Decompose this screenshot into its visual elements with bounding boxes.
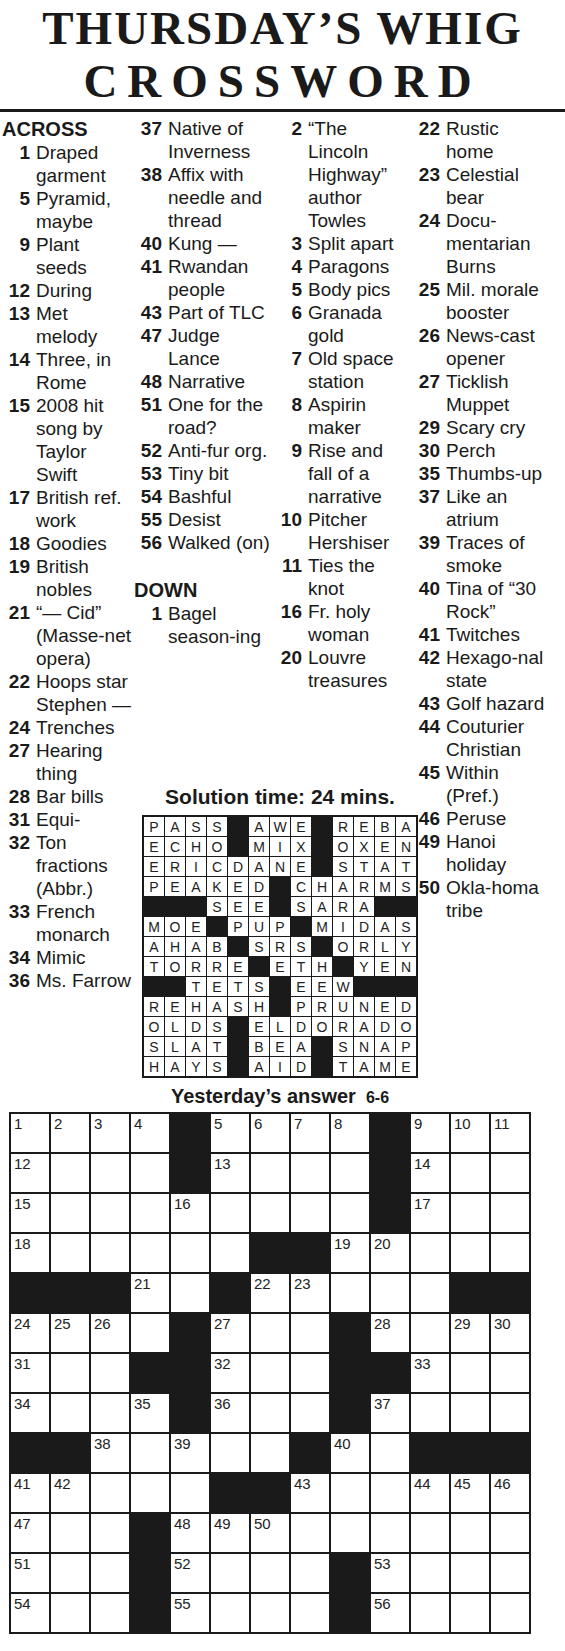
grid-cell[interactable] [251,1354,289,1392]
clue-text: Part of TLC [168,301,272,324]
clue-column-2: 37Native of Inverness38Affix with needle… [134,117,272,648]
grid-cell[interactable] [491,1554,529,1592]
clue-number: 43 [134,301,162,324]
black-cell [411,1434,449,1472]
clue-text: Bar bills [36,785,132,808]
grid-cell[interactable]: 12 [11,1154,49,1192]
grid-cell[interactable] [451,1514,489,1552]
grid-cell[interactable]: 46 [491,1474,529,1512]
cell-number: 19 [334,1235,351,1252]
grid-cell[interactable] [451,1554,489,1592]
grid-cell[interactable] [411,1554,449,1592]
grid-cell[interactable] [211,1554,249,1592]
grid-cell[interactable]: 18 [11,1234,49,1272]
solution-letter-cell: D [291,1057,311,1076]
solution-letter-cell: P [144,817,164,836]
solution-letter-cell: O [165,917,185,936]
grid-cell[interactable]: 14 [411,1154,449,1192]
clue-number: 19 [2,555,30,601]
grid-cell[interactable]: 10 [451,1114,489,1152]
grid-cell[interactable]: 6 [251,1114,289,1152]
grid-cell[interactable] [211,1234,249,1272]
clue-down-7: 7Old space station [274,347,410,393]
clue-down-20: 20Louvre treasures [274,646,410,692]
solution-letter-cell: S [291,897,311,916]
clue-across-13: 13Met melody [2,302,132,348]
solution-letter-cell: U [333,997,353,1016]
clue-across-33: 33French monarch [2,900,132,946]
grid-cell[interactable] [251,1394,289,1432]
grid-cell[interactable] [91,1554,129,1592]
solution-letter-cell: O [207,837,227,856]
grid-cell[interactable] [251,1314,289,1352]
grid-cell[interactable] [291,1514,329,1552]
grid-cell[interactable]: 52 [171,1554,209,1592]
clue-across-14: 14Three, in Rome [2,348,132,394]
black-cell [171,1154,209,1192]
solution-letter-cell: N [354,997,374,1016]
grid-cell[interactable]: 53 [371,1554,409,1592]
clue-number: 42 [412,646,440,692]
grid-cell[interactable] [491,1514,529,1552]
solution-letter-cell: P [144,877,164,896]
grid-cell[interactable] [91,1394,129,1432]
clue-text: Fr. holy woman [308,600,410,646]
solution-black-cell [228,1057,248,1076]
grid-cell[interactable]: 30 [491,1314,529,1352]
solution-letter-cell: R [165,857,185,876]
clue-text: Granada gold [308,301,410,347]
clue-across-28: 28Bar bills [2,785,132,808]
solution-letter-cell: S [228,997,248,1016]
cell-number: 15 [14,1195,31,1212]
clue-across-52: 52Anti-fur org. [134,439,272,462]
grid-cell[interactable]: 36 [211,1394,249,1432]
grid-cell[interactable] [491,1354,529,1392]
solution-letter-cell: T [333,1057,353,1076]
solution-letter-cell: B [249,1037,269,1056]
clue-number: 32 [2,831,30,900]
grid-cell[interactable]: 7 [291,1114,329,1152]
grid-cell[interactable] [291,1554,329,1592]
grid-cell[interactable] [131,1154,169,1192]
grid-cell[interactable] [411,1234,449,1272]
solution-letter-cell: S [186,817,206,836]
clue-text: One for the road? [168,393,272,439]
black-cell [371,1154,409,1192]
solution-letter-cell: X [291,837,311,856]
clue-number: 28 [2,785,30,808]
clue-across-38: 38Affix with needle and thread [134,163,272,232]
grid-cell[interactable] [371,1514,409,1552]
grid-cell[interactable] [91,1194,129,1232]
solution-black-cell [312,1037,332,1056]
solution-letter-cell: P [396,1037,416,1056]
grid-cell[interactable]: 39 [171,1434,209,1472]
grid-cell[interactable]: 17 [411,1194,449,1232]
clue-text: Ties the knot [308,554,410,600]
grid-cell[interactable] [491,1394,529,1432]
clue-down-2: 2“The Lincoln Highway” author Towles [274,117,410,232]
solution-black-cell [207,917,227,936]
clue-text: Ton fractions (Abbr.) [36,831,132,900]
solution-letter-cell: D [354,917,374,936]
clue-number: 38 [134,163,162,232]
grid-cell[interactable] [331,1154,369,1192]
solution-letter-cell: E [270,1037,290,1056]
grid-cell[interactable]: 56 [371,1594,409,1632]
grid-cell[interactable] [51,1354,89,1392]
cell-number: 47 [14,1515,31,1532]
grid-cell[interactable] [51,1394,89,1432]
grid-cell[interactable] [451,1394,489,1432]
clue-number: 1 [134,602,162,648]
grid-cell[interactable]: 50 [251,1514,289,1552]
solution-black-cell [270,897,290,916]
grid-cell[interactable] [51,1594,89,1632]
grid-cell[interactable] [291,1394,329,1432]
grid-cell[interactable] [131,1194,169,1232]
grid-cell[interactable] [291,1194,329,1232]
cell-number: 49 [214,1515,231,1532]
clue-down-39: 39Traces of smoke [412,531,548,577]
solution-black-cell [228,837,248,856]
grid-cell[interactable]: 35 [131,1394,169,1432]
clue-text: Okla-homa tribe [446,876,548,922]
grid-cell[interactable]: 25 [51,1314,89,1352]
grid-cell[interactable]: 24 [11,1314,49,1352]
grid-cell[interactable]: 42 [51,1474,89,1512]
grid-cell[interactable] [411,1394,449,1432]
grid-cell[interactable] [251,1594,289,1632]
clue-number: 31 [2,808,30,831]
grid-cell[interactable]: 15 [11,1194,49,1232]
solution-letter-cell: S [333,1037,353,1056]
cell-number: 10 [454,1115,471,1132]
solution-letter-cell: E [291,977,311,996]
grid-cell[interactable] [251,1194,289,1232]
solution-letter-cell: D [249,877,269,896]
page-title: THURSDAY’S WHIG CROSSWORD [0,0,565,107]
grid-cell[interactable] [171,1474,209,1512]
grid-cell[interactable] [491,1594,529,1632]
grid-cell[interactable] [451,1354,489,1392]
solution-black-cell [396,977,416,996]
black-cell [131,1554,169,1592]
clue-text: Hearing thing [36,739,132,785]
grid-cell[interactable]: 32 [211,1354,249,1392]
cell-number: 21 [134,1275,151,1292]
grid-cell[interactable] [91,1594,129,1632]
black-cell [131,1354,169,1392]
cell-number: 35 [134,1395,151,1412]
grid-cell[interactable]: 55 [171,1594,209,1632]
grid-cell[interactable]: 21 [131,1274,169,1312]
cell-number: 32 [214,1355,231,1372]
clue-across-5: 5Pyramid, maybe [2,187,132,233]
cell-number: 56 [374,1595,391,1612]
solution-letter-cell: A [375,1037,395,1056]
solution-letter-cell: P [291,997,311,1016]
solution-black-cell [312,817,332,836]
solution-letter-cell: A [165,817,185,836]
grid-cell[interactable] [51,1554,89,1592]
solution-letter-cell: X [354,837,374,856]
cell-number: 34 [14,1395,31,1412]
clue-number: 43 [412,692,440,715]
clue-text: Anti-fur org. [168,439,272,462]
grid-cell[interactable] [131,1474,169,1512]
grid-cell[interactable]: 37 [371,1394,409,1432]
clue-text: Rustic home [446,117,548,163]
grid-cell[interactable] [491,1154,529,1192]
clue-text: “The Lincoln Highway” author Towles [308,117,410,232]
grid-cell[interactable] [211,1434,249,1472]
grid-cell[interactable] [491,1194,529,1232]
grid-cell[interactable] [51,1234,89,1272]
solution-letter-cell: A [291,1037,311,1056]
solution-letter-cell: E [165,877,185,896]
grid-cell[interactable]: 51 [11,1554,49,1592]
grid-cell[interactable] [451,1594,489,1632]
clue-text: Ticklish Muppet [446,370,548,416]
grid-cell[interactable] [131,1434,169,1472]
grid-cell[interactable] [131,1314,169,1352]
clue-number: 13 [2,302,30,348]
grid-cell[interactable] [91,1154,129,1192]
clue-down-40: 40Tina of “30 Rock” [412,577,548,623]
cell-number: 17 [414,1195,431,1212]
grid-cell[interactable] [291,1154,329,1192]
cell-number: 44 [414,1475,431,1492]
clue-number: 40 [134,232,162,255]
clue-number: 5 [2,187,30,233]
grid-cell[interactable] [291,1354,329,1392]
grid-cell[interactable]: 44 [411,1474,449,1512]
clue-text: Pyramid, maybe [36,187,132,233]
grid-cell[interactable]: 54 [11,1594,49,1632]
grid-cell[interactable] [91,1234,129,1272]
grid-cell[interactable]: 29 [451,1314,489,1352]
clue-number: 7 [274,347,302,393]
cell-number: 26 [94,1315,111,1332]
solution-letter-cell: E [228,897,248,916]
grid-cell[interactable] [451,1194,489,1232]
grid-cell[interactable]: 38 [91,1434,129,1472]
solution-black-cell [375,977,395,996]
solution-letter-cell: S [144,1037,164,1056]
clue-down-3: 3Split apart [274,232,410,255]
black-cell [171,1394,209,1432]
grid-cell[interactable] [51,1194,89,1232]
clue-text: Ms. Farrow [36,969,132,992]
grid-cell[interactable] [411,1314,449,1352]
solution-letter-cell: H [186,837,206,856]
black-cell [371,1194,409,1232]
grid-cell[interactable] [251,1554,289,1592]
grid-cell[interactable] [331,1474,369,1512]
grid-cell[interactable] [171,1234,209,1272]
clue-text: Goodies [36,532,132,555]
solution-letter-cell: R [144,997,164,1016]
solution-letter-cell: D [291,1017,311,1036]
grid-cell[interactable] [251,1434,289,1472]
grid-cell[interactable]: 45 [451,1474,489,1512]
grid-cell[interactable]: 48 [171,1514,209,1552]
grid-cell[interactable] [251,1154,289,1192]
black-cell [11,1434,49,1472]
grid-cell[interactable]: 5 [211,1114,249,1152]
clue-number: 48 [134,370,162,393]
cell-number: 22 [254,1275,271,1292]
solution-letter-cell: H [186,997,206,1016]
clue-text: Pitcher Hershiser [308,508,410,554]
clue-down-42: 42Hexago-nal state [412,646,548,692]
grid-cell[interactable] [331,1274,369,1312]
grid-cell[interactable] [371,1434,409,1472]
grid-cell[interactable]: 22 [251,1274,289,1312]
grid-cell[interactable] [451,1154,489,1192]
clue-across-1: 1Draped garment [2,141,132,187]
cell-number: 16 [174,1195,191,1212]
black-cell [51,1274,89,1312]
cell-number: 42 [54,1475,71,1492]
cell-number: 7 [294,1115,302,1132]
grid-cell[interactable]: 33 [411,1354,449,1392]
clue-across-34: 34Mimic [2,946,132,969]
clue-text: Judge Lance [168,324,272,370]
clue-text: 2008 hit song by Taylor Swift [36,394,132,486]
grid-cell[interactable] [91,1474,129,1512]
grid-cell[interactable] [91,1514,129,1552]
solution-letter-cell: M [375,877,395,896]
clue-number: 29 [412,416,440,439]
solution-letter-cell: S [291,937,311,956]
grid-cell[interactable]: 8 [331,1114,369,1152]
grid-cell[interactable]: 43 [291,1474,329,1512]
grid-cell[interactable]: 2 [51,1114,89,1152]
grid-cell[interactable] [371,1274,409,1312]
grid-cell[interactable]: 27 [211,1314,249,1352]
cell-number: 3 [94,1115,102,1132]
grid-cell[interactable] [211,1194,249,1232]
grid-cell[interactable] [171,1274,209,1312]
solution-black-cell [228,1017,248,1036]
grid-cell[interactable] [51,1154,89,1192]
clue-number: 11 [274,554,302,600]
grid-cell[interactable]: 9 [411,1114,449,1152]
black-cell [131,1514,169,1552]
black-cell [451,1274,489,1312]
grid-cell[interactable] [291,1594,329,1632]
clue-across-54: 54Bashful [134,485,272,508]
grid-cell[interactable] [51,1514,89,1552]
solution-letter-cell: E [375,837,395,856]
clue-down-50: 50Okla-homa tribe [412,876,548,922]
solution-letter-cell: T [144,957,164,976]
grid-cell[interactable]: 19 [331,1234,369,1272]
grid-cell[interactable] [131,1234,169,1272]
clue-across-55: 55Desist [134,508,272,531]
grid-cell[interactable]: 20 [371,1234,409,1272]
grid-cell[interactable] [331,1514,369,1552]
grid-cell[interactable]: 23 [291,1274,329,1312]
grid-cell[interactable] [371,1474,409,1512]
black-cell [491,1274,529,1312]
grid-cell[interactable] [491,1234,529,1272]
clue-number: 14 [2,348,30,394]
grid-cell[interactable]: 40 [331,1434,369,1472]
grid-cell[interactable] [211,1594,249,1632]
clue-number: 10 [274,508,302,554]
clue-across-18: 18Goodies [2,532,132,555]
solution-black-cell [228,817,248,836]
clue-number: 47 [134,324,162,370]
solution-letter-cell: A [375,857,395,876]
clue-text: Mil. morale booster [446,278,548,324]
grid-cell[interactable] [411,1594,449,1632]
black-cell [171,1314,209,1352]
grid-cell[interactable]: 13 [211,1154,249,1192]
grid-cell[interactable]: 31 [11,1354,49,1392]
solution-letter-cell: S [333,857,353,876]
clue-text: Bagel season-ing [168,602,272,648]
solution-letter-cell: E [270,957,290,976]
grid-cell[interactable]: 4 [131,1114,169,1152]
grid-cell[interactable] [411,1274,449,1312]
grid-cell[interactable]: 41 [11,1474,49,1512]
solution-letter-cell: U [249,917,269,936]
solution-letter-cell: L [270,1017,290,1036]
solution-letter-cell: A [354,897,374,916]
cell-number: 1 [14,1115,22,1132]
grid-cell[interactable]: 47 [11,1514,49,1552]
clue-across-51: 51One for the road? [134,393,272,439]
grid-cell[interactable]: 34 [11,1394,49,1432]
clue-down-23: 23Celestial bear [412,163,548,209]
grid-cell[interactable]: 28 [371,1314,409,1352]
grid-cell[interactable] [331,1194,369,1232]
grid-cell[interactable]: 49 [211,1514,249,1552]
grid-cell[interactable] [91,1354,129,1392]
solution-letter-cell: B [375,817,395,836]
solution-black-cell [270,877,290,896]
grid-cell[interactable]: 3 [91,1114,129,1152]
grid-cell[interactable] [451,1234,489,1272]
clue-text: Traces of smoke [446,531,548,577]
grid-cell[interactable]: 16 [171,1194,209,1232]
cell-number: 18 [14,1235,31,1252]
solution-caption: Yesterday’s answer6-6 [134,1085,426,1108]
solution-letter-cell: T [396,857,416,876]
solution-letter-cell: E [354,817,374,836]
grid-cell[interactable] [411,1514,449,1552]
solution-letter-cell: S [207,897,227,916]
clue-number: 26 [412,324,440,370]
clue-number: 39 [412,531,440,577]
black-cell [371,1354,409,1392]
clue-number: 24 [2,716,30,739]
grid-cell[interactable]: 26 [91,1314,129,1352]
clue-text: Aspirin maker [308,393,410,439]
solution-letter-cell: A [249,1057,269,1076]
clue-down-22: 22Rustic home [412,117,548,163]
grid-cell[interactable]: 1 [11,1114,49,1152]
solution-letter-cell: S [207,817,227,836]
grid-cell[interactable]: 11 [491,1114,529,1152]
solution-letter-cell: A [249,857,269,876]
grid-cell[interactable] [291,1314,329,1352]
